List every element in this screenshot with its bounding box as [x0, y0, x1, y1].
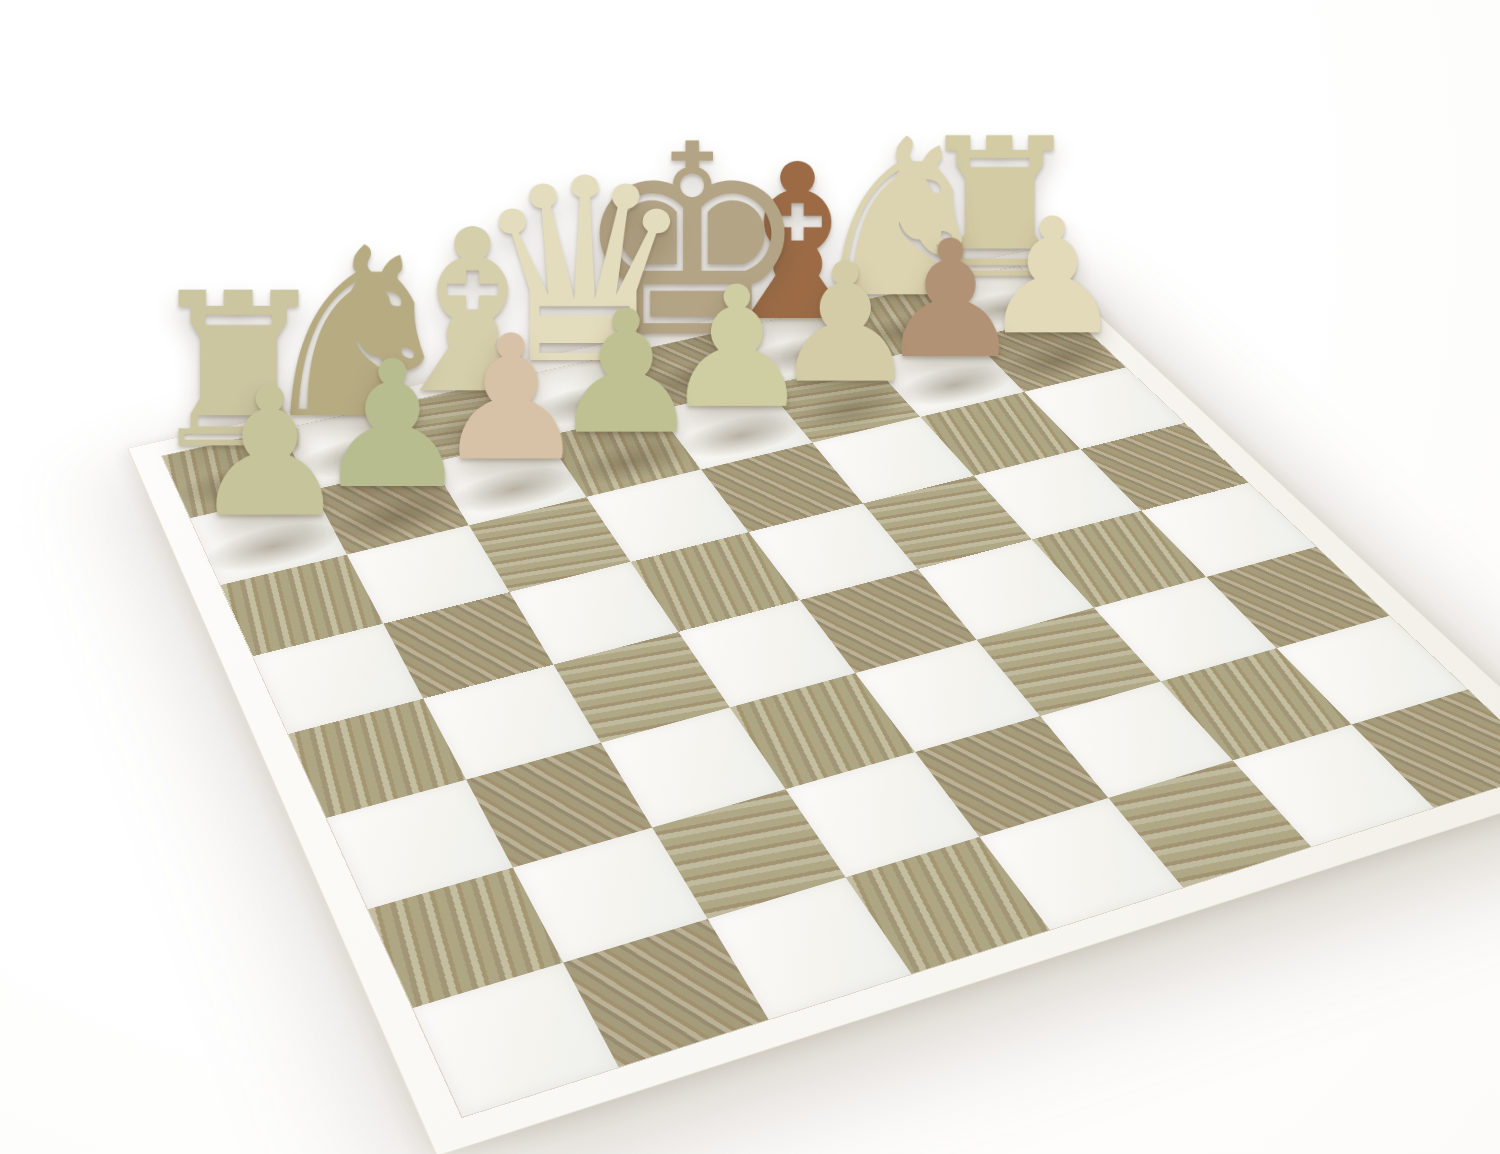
chess-board: ♜♞♝♛♚♝♞♜♟♟♟♟♟♟♟♟: [162, 266, 1500, 1117]
square-d5: [679, 600, 856, 707]
piece-pawn-a2: ♟: [190, 363, 350, 541]
product-photo-scene: ♜♞♝♛♚♝♞♜♟♟♟♟♟♟♟♟: [0, 0, 1500, 1154]
board-marble-rim: ♜♞♝♛♚♝♞♜♟♟♟♟♟♟♟♟: [127, 250, 1500, 1154]
